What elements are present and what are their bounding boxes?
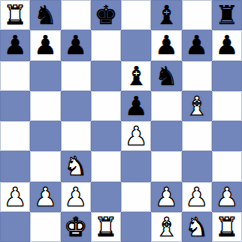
square-h2[interactable]: ♟ — [212, 182, 242, 212]
white-knight-g1[interactable]: ♞ — [185, 212, 208, 242]
black-pawn-e5[interactable]: ♟ — [124, 91, 147, 121]
square-b5[interactable] — [30, 91, 60, 121]
white-knight-c3[interactable]: ♞ — [64, 151, 87, 181]
black-pawn-c7[interactable]: ♟ — [64, 30, 87, 60]
square-f7[interactable]: ♟ — [151, 30, 181, 60]
square-c2[interactable]: ♟ — [61, 182, 91, 212]
white-rook-a8[interactable]: ♜ — [3, 0, 26, 30]
square-g6[interactable] — [182, 61, 212, 91]
white-bishop-g5[interactable]: ♝ — [185, 91, 208, 121]
chess-board: ♜♞♚♝♜♟♟♟♟♟♟♝♞♟♝♟♞♟♟♟♟♟♟♚♜♝♞♜ — [0, 0, 242, 242]
square-f1[interactable]: ♝ — [151, 212, 181, 242]
square-e6[interactable]: ♝ — [121, 61, 151, 91]
square-d4[interactable] — [91, 121, 121, 151]
square-e4[interactable]: ♟ — [121, 121, 151, 151]
square-g1[interactable]: ♞ — [182, 212, 212, 242]
square-b4[interactable] — [30, 121, 60, 151]
black-knight-b8[interactable]: ♞ — [34, 0, 57, 30]
square-b8[interactable]: ♞ — [30, 0, 60, 30]
square-d7[interactable] — [91, 30, 121, 60]
square-c7[interactable]: ♟ — [61, 30, 91, 60]
square-d2[interactable] — [91, 182, 121, 212]
square-f3[interactable] — [151, 151, 181, 181]
square-b7[interactable]: ♟ — [30, 30, 60, 60]
square-d3[interactable] — [91, 151, 121, 181]
square-g7[interactable]: ♟ — [182, 30, 212, 60]
square-g8[interactable] — [182, 0, 212, 30]
square-b3[interactable] — [30, 151, 60, 181]
black-king-d8[interactable]: ♚ — [94, 0, 117, 30]
white-pawn-e4[interactable]: ♟ — [124, 121, 147, 151]
white-pawn-g2[interactable]: ♟ — [185, 182, 208, 212]
square-h8[interactable]: ♜ — [212, 0, 242, 30]
square-d8[interactable]: ♚ — [91, 0, 121, 30]
square-f2[interactable]: ♟ — [151, 182, 181, 212]
square-c6[interactable] — [61, 61, 91, 91]
square-h7[interactable]: ♟ — [212, 30, 242, 60]
black-pawn-h7[interactable]: ♟ — [215, 30, 238, 60]
square-c3[interactable]: ♞ — [61, 151, 91, 181]
square-g3[interactable] — [182, 151, 212, 181]
square-h1[interactable]: ♜ — [212, 212, 242, 242]
square-e7[interactable] — [121, 30, 151, 60]
square-d6[interactable] — [91, 61, 121, 91]
square-a5[interactable] — [0, 91, 30, 121]
white-rook-h1[interactable]: ♜ — [215, 212, 238, 242]
square-f4[interactable] — [151, 121, 181, 151]
square-h6[interactable] — [212, 61, 242, 91]
square-g4[interactable] — [182, 121, 212, 151]
square-h5[interactable] — [212, 91, 242, 121]
square-e1[interactable] — [121, 212, 151, 242]
square-a8[interactable]: ♜ — [0, 0, 30, 30]
white-pawn-a2[interactable]: ♟ — [3, 182, 26, 212]
square-c1[interactable]: ♚ — [61, 212, 91, 242]
square-h4[interactable] — [212, 121, 242, 151]
black-pawn-b7[interactable]: ♟ — [34, 30, 57, 60]
white-pawn-b2[interactable]: ♟ — [34, 182, 57, 212]
square-f8[interactable]: ♝ — [151, 0, 181, 30]
square-a2[interactable]: ♟ — [0, 182, 30, 212]
square-g5[interactable]: ♝ — [182, 91, 212, 121]
white-rook-d1[interactable]: ♜ — [94, 212, 117, 242]
square-g2[interactable]: ♟ — [182, 182, 212, 212]
white-pawn-h2[interactable]: ♟ — [215, 182, 238, 212]
square-a1[interactable] — [0, 212, 30, 242]
square-a6[interactable] — [0, 61, 30, 91]
square-b1[interactable] — [30, 212, 60, 242]
square-e8[interactable] — [121, 0, 151, 30]
black-knight-f6[interactable]: ♞ — [155, 61, 178, 91]
square-a3[interactable] — [0, 151, 30, 181]
white-king-c1[interactable]: ♚ — [64, 212, 87, 242]
square-c4[interactable] — [61, 121, 91, 151]
square-e2[interactable] — [121, 182, 151, 212]
square-f6[interactable]: ♞ — [151, 61, 181, 91]
black-rook-h8[interactable]: ♜ — [215, 0, 238, 30]
black-pawn-g7[interactable]: ♟ — [185, 30, 208, 60]
white-pawn-c2[interactable]: ♟ — [64, 182, 87, 212]
black-bishop-e6[interactable]: ♝ — [124, 61, 147, 91]
black-bishop-f8[interactable]: ♝ — [155, 0, 178, 30]
square-b2[interactable]: ♟ — [30, 182, 60, 212]
black-pawn-a7[interactable]: ♟ — [3, 30, 26, 60]
white-bishop-f1[interactable]: ♝ — [155, 212, 178, 242]
square-f5[interactable] — [151, 91, 181, 121]
square-c5[interactable] — [61, 91, 91, 121]
square-a7[interactable]: ♟ — [0, 30, 30, 60]
square-b6[interactable] — [30, 61, 60, 91]
square-d5[interactable] — [91, 91, 121, 121]
square-c8[interactable] — [61, 0, 91, 30]
square-a4[interactable] — [0, 121, 30, 151]
white-pawn-f2[interactable]: ♟ — [155, 182, 178, 212]
square-d1[interactable]: ♜ — [91, 212, 121, 242]
black-pawn-f7[interactable]: ♟ — [155, 30, 178, 60]
square-h3[interactable] — [212, 151, 242, 181]
square-e3[interactable] — [121, 151, 151, 181]
square-e5[interactable]: ♟ — [121, 91, 151, 121]
